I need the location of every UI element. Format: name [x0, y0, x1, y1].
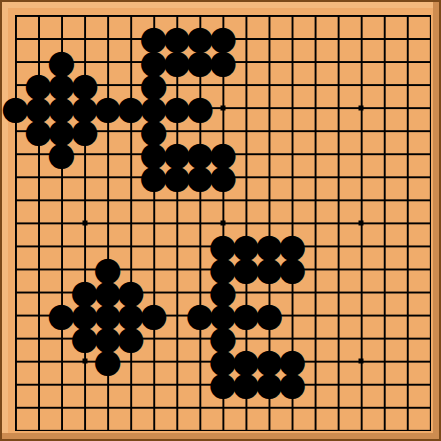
hoshi-point — [359, 359, 364, 364]
black-stone[interactable]: ● — [185, 90, 214, 123]
hoshi-point — [220, 105, 225, 110]
hoshi-point — [82, 220, 87, 225]
go-board-frame: ●●●●●●●●●●●●●●●●●●●●●●●●●●●●●●●●●●●●●●●●… — [0, 0, 441, 441]
hoshi-point — [220, 220, 225, 225]
black-stone[interactable]: ● — [209, 160, 238, 193]
black-stone[interactable]: ● — [278, 367, 307, 400]
hoshi-point — [359, 105, 364, 110]
hoshi-point — [359, 220, 364, 225]
black-stone[interactable]: ● — [209, 44, 238, 77]
hoshi-point — [82, 359, 87, 364]
black-stone[interactable]: ● — [93, 344, 122, 377]
black-stone[interactable]: ● — [278, 252, 307, 285]
black-stone[interactable]: ● — [47, 137, 76, 170]
black-stone[interactable]: ● — [255, 298, 284, 331]
